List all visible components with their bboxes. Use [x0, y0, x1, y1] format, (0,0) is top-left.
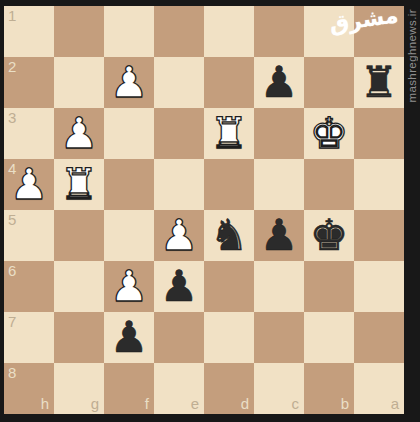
- chess-diagram-frame: 12♟♟♜3♟♜♚4♟♜5♟♞♟♚6♟♟7♟8hgfedcba مشرق mas…: [0, 0, 420, 422]
- square-b4: [304, 159, 354, 210]
- square-g6: [54, 261, 104, 312]
- site-watermark: mashreghnews.ir: [406, 9, 418, 103]
- square-f6: ♟: [104, 261, 154, 312]
- file-label-h: h: [41, 396, 49, 412]
- square-d5: ♞: [204, 210, 254, 261]
- square-b2: [304, 57, 354, 108]
- square-e8: e: [154, 363, 204, 414]
- white-pawn-h4: ♟: [4, 159, 54, 210]
- square-d8: d: [204, 363, 254, 414]
- square-c6: [254, 261, 304, 312]
- square-b8: b: [304, 363, 354, 414]
- file-label-b: b: [341, 396, 349, 412]
- square-h4: 4♟: [4, 159, 54, 210]
- file-label-g: g: [91, 396, 99, 412]
- rank-label-8: 8: [8, 365, 16, 381]
- square-c4: [254, 159, 304, 210]
- square-h8: 8h: [4, 363, 54, 414]
- square-d3: ♜: [204, 108, 254, 159]
- square-d1: [204, 6, 254, 57]
- file-label-f: f: [145, 396, 149, 412]
- square-d7: [204, 312, 254, 363]
- square-e3: [154, 108, 204, 159]
- square-c3: [254, 108, 304, 159]
- square-f5: [104, 210, 154, 261]
- file-label-c: c: [292, 396, 300, 412]
- rank-label-6: 6: [8, 263, 16, 279]
- square-e4: [154, 159, 204, 210]
- file-label-e: e: [191, 396, 199, 412]
- file-label-a: a: [391, 396, 399, 412]
- square-g5: [54, 210, 104, 261]
- square-e7: [154, 312, 204, 363]
- black-pawn-c2: ♟: [254, 57, 304, 108]
- square-c8: c: [254, 363, 304, 414]
- square-e6: ♟: [154, 261, 204, 312]
- square-f7: ♟: [104, 312, 154, 363]
- file-label-d: d: [241, 396, 249, 412]
- square-f4: [104, 159, 154, 210]
- rank-label-1: 1: [8, 8, 16, 24]
- square-g3: ♟: [54, 108, 104, 159]
- square-c7: [254, 312, 304, 363]
- chess-board: 12♟♟♜3♟♜♚4♟♜5♟♞♟♚6♟♟7♟8hgfedcba: [4, 6, 404, 414]
- black-pawn-f7: ♟: [104, 312, 154, 363]
- square-g8: g: [54, 363, 104, 414]
- square-h2: 2: [4, 57, 54, 108]
- square-a3: [354, 108, 404, 159]
- square-a7: [354, 312, 404, 363]
- square-h1: 1: [4, 6, 54, 57]
- square-d6: [204, 261, 254, 312]
- square-h3: 3: [4, 108, 54, 159]
- square-e1: [154, 6, 204, 57]
- square-a4: [354, 159, 404, 210]
- square-d4: [204, 159, 254, 210]
- square-e5: ♟: [154, 210, 204, 261]
- square-g4: ♜: [54, 159, 104, 210]
- black-pawn-c5: ♟: [254, 210, 304, 261]
- square-c1: [254, 6, 304, 57]
- square-c2: ♟: [254, 57, 304, 108]
- white-rook-d3: ♜: [204, 108, 254, 159]
- black-knight-d5: ♞: [204, 210, 254, 261]
- rank-label-5: 5: [8, 212, 16, 228]
- white-king-b3: ♚: [304, 108, 354, 159]
- square-e2: [154, 57, 204, 108]
- rank-label-2: 2: [8, 59, 16, 75]
- square-g1: [54, 6, 104, 57]
- black-rook-a2: ♜: [354, 57, 404, 108]
- square-h7: 7: [4, 312, 54, 363]
- white-pawn-f6: ♟: [104, 261, 154, 312]
- square-d2: [204, 57, 254, 108]
- square-f2: ♟: [104, 57, 154, 108]
- square-a8: a: [354, 363, 404, 414]
- square-a5: [354, 210, 404, 261]
- rank-label-3: 3: [8, 110, 16, 126]
- square-b6: [304, 261, 354, 312]
- square-b3: ♚: [304, 108, 354, 159]
- black-pawn-e6: ♟: [154, 261, 204, 312]
- rank-label-7: 7: [8, 314, 16, 330]
- square-c5: ♟: [254, 210, 304, 261]
- square-h5: 5: [4, 210, 54, 261]
- square-a2: ♜: [354, 57, 404, 108]
- square-f1: [104, 6, 154, 57]
- square-b5: ♚: [304, 210, 354, 261]
- white-pawn-g3: ♟: [54, 108, 104, 159]
- square-a6: [354, 261, 404, 312]
- square-f3: [104, 108, 154, 159]
- square-g2: [54, 57, 104, 108]
- square-f8: f: [104, 363, 154, 414]
- white-rook-g4: ♜: [54, 159, 104, 210]
- square-g7: [54, 312, 104, 363]
- white-pawn-f2: ♟: [104, 57, 154, 108]
- square-h6: 6: [4, 261, 54, 312]
- square-b7: [304, 312, 354, 363]
- white-pawn-e5: ♟: [154, 210, 204, 261]
- black-king-b5: ♚: [304, 210, 354, 261]
